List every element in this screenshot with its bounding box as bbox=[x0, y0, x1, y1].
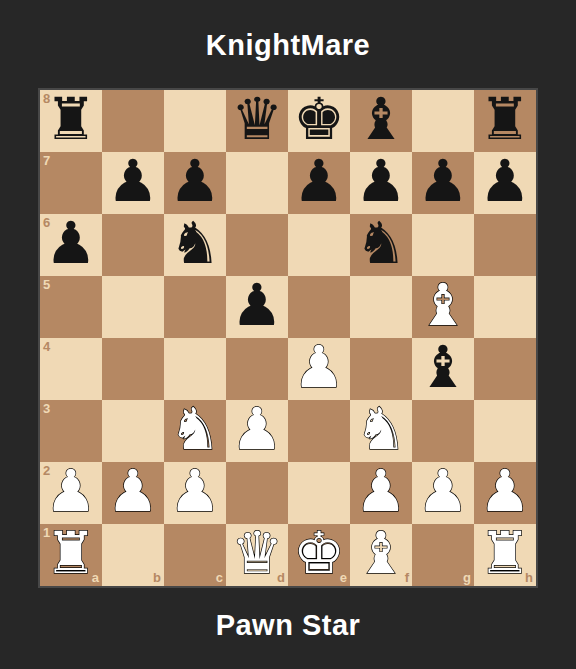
app: KnightMare 8♜♛♚♝♜7♟♟♟♟♟♟6♟♞♞5♟♝4♟♝3♞♟♞2♟… bbox=[0, 0, 576, 669]
piece-white-pawn[interactable]: ♟ bbox=[169, 462, 221, 520]
square-f5[interactable] bbox=[350, 276, 412, 338]
square-b3[interactable] bbox=[102, 400, 164, 462]
piece-black-pawn[interactable]: ♟ bbox=[293, 152, 345, 210]
piece-black-pawn[interactable]: ♟ bbox=[231, 276, 283, 334]
piece-white-rook[interactable]: ♜ bbox=[45, 524, 97, 582]
square-d3[interactable]: ♟ bbox=[226, 400, 288, 462]
file-label-g: g bbox=[463, 571, 471, 584]
square-c3[interactable]: ♞ bbox=[164, 400, 226, 462]
square-h6[interactable] bbox=[474, 214, 536, 276]
square-f7[interactable]: ♟ bbox=[350, 152, 412, 214]
piece-white-queen[interactable]: ♛ bbox=[231, 524, 283, 582]
piece-black-pawn[interactable]: ♟ bbox=[355, 152, 407, 210]
square-d1[interactable]: d♛ bbox=[226, 524, 288, 586]
piece-white-rook[interactable]: ♜ bbox=[479, 524, 531, 582]
square-b2[interactable]: ♟ bbox=[102, 462, 164, 524]
square-g7[interactable]: ♟ bbox=[412, 152, 474, 214]
square-c1[interactable]: c bbox=[164, 524, 226, 586]
square-f4[interactable] bbox=[350, 338, 412, 400]
square-b5[interactable] bbox=[102, 276, 164, 338]
rank-label-4: 4 bbox=[43, 340, 50, 353]
square-d5[interactable]: ♟ bbox=[226, 276, 288, 338]
square-a3[interactable]: 3 bbox=[40, 400, 102, 462]
square-h4[interactable] bbox=[474, 338, 536, 400]
square-c2[interactable]: ♟ bbox=[164, 462, 226, 524]
square-e8[interactable]: ♚ bbox=[288, 90, 350, 152]
square-a2[interactable]: 2♟ bbox=[40, 462, 102, 524]
piece-white-bishop[interactable]: ♝ bbox=[355, 524, 407, 582]
square-h3[interactable] bbox=[474, 400, 536, 462]
square-d8[interactable]: ♛ bbox=[226, 90, 288, 152]
square-g3[interactable] bbox=[412, 400, 474, 462]
square-c8[interactable] bbox=[164, 90, 226, 152]
square-b6[interactable] bbox=[102, 214, 164, 276]
square-h7[interactable]: ♟ bbox=[474, 152, 536, 214]
piece-white-bishop[interactable]: ♝ bbox=[417, 276, 469, 334]
piece-black-bishop[interactable]: ♝ bbox=[355, 90, 407, 148]
square-e6[interactable] bbox=[288, 214, 350, 276]
piece-black-pawn[interactable]: ♟ bbox=[45, 214, 97, 272]
piece-white-pawn[interactable]: ♟ bbox=[293, 338, 345, 396]
piece-black-pawn[interactable]: ♟ bbox=[417, 152, 469, 210]
rank-label-3: 3 bbox=[43, 402, 50, 415]
piece-black-pawn[interactable]: ♟ bbox=[169, 152, 221, 210]
square-e7[interactable]: ♟ bbox=[288, 152, 350, 214]
piece-white-knight[interactable]: ♞ bbox=[355, 400, 407, 458]
square-h8[interactable]: ♜ bbox=[474, 90, 536, 152]
square-f3[interactable]: ♞ bbox=[350, 400, 412, 462]
square-a5[interactable]: 5 bbox=[40, 276, 102, 338]
square-d7[interactable] bbox=[226, 152, 288, 214]
square-a7[interactable]: 7 bbox=[40, 152, 102, 214]
square-a1[interactable]: 1a♜ bbox=[40, 524, 102, 586]
rank-label-7: 7 bbox=[43, 154, 50, 167]
player-name-top: KnightMare bbox=[206, 30, 371, 62]
piece-white-pawn[interactable]: ♟ bbox=[417, 462, 469, 520]
piece-white-knight[interactable]: ♞ bbox=[169, 400, 221, 458]
piece-white-pawn[interactable]: ♟ bbox=[355, 462, 407, 520]
square-b4[interactable] bbox=[102, 338, 164, 400]
square-d4[interactable] bbox=[226, 338, 288, 400]
piece-black-bishop[interactable]: ♝ bbox=[417, 338, 469, 396]
piece-black-rook[interactable]: ♜ bbox=[479, 90, 531, 148]
square-h2[interactable]: ♟ bbox=[474, 462, 536, 524]
file-label-b: b bbox=[153, 571, 161, 584]
square-e4[interactable]: ♟ bbox=[288, 338, 350, 400]
file-label-c: c bbox=[216, 571, 223, 584]
chess-board: 8♜♛♚♝♜7♟♟♟♟♟♟6♟♞♞5♟♝4♟♝3♞♟♞2♟♟♟♟♟♟1a♜bcd… bbox=[38, 88, 538, 588]
square-a8[interactable]: 8♜ bbox=[40, 90, 102, 152]
square-f8[interactable]: ♝ bbox=[350, 90, 412, 152]
rank-label-5: 5 bbox=[43, 278, 50, 291]
square-h1[interactable]: h♜ bbox=[474, 524, 536, 586]
square-f2[interactable]: ♟ bbox=[350, 462, 412, 524]
square-h5[interactable] bbox=[474, 276, 536, 338]
square-a6[interactable]: 6♟ bbox=[40, 214, 102, 276]
square-a4[interactable]: 4 bbox=[40, 338, 102, 400]
piece-black-pawn[interactable]: ♟ bbox=[107, 152, 159, 210]
square-f6[interactable]: ♞ bbox=[350, 214, 412, 276]
square-g4[interactable]: ♝ bbox=[412, 338, 474, 400]
piece-white-pawn[interactable]: ♟ bbox=[479, 462, 531, 520]
square-e1[interactable]: e♚ bbox=[288, 524, 350, 586]
piece-black-pawn[interactable]: ♟ bbox=[479, 152, 531, 210]
piece-white-pawn[interactable]: ♟ bbox=[231, 400, 283, 458]
square-b7[interactable]: ♟ bbox=[102, 152, 164, 214]
square-d2[interactable] bbox=[226, 462, 288, 524]
square-g2[interactable]: ♟ bbox=[412, 462, 474, 524]
square-g6[interactable] bbox=[412, 214, 474, 276]
square-c7[interactable]: ♟ bbox=[164, 152, 226, 214]
piece-white-king[interactable]: ♚ bbox=[293, 524, 345, 582]
square-e2[interactable] bbox=[288, 462, 350, 524]
piece-white-pawn[interactable]: ♟ bbox=[45, 462, 97, 520]
square-c4[interactable] bbox=[164, 338, 226, 400]
square-f1[interactable]: f♝ bbox=[350, 524, 412, 586]
player-name-bottom: Pawn Star bbox=[216, 610, 361, 642]
square-c6[interactable]: ♞ bbox=[164, 214, 226, 276]
piece-black-king[interactable]: ♚ bbox=[293, 90, 345, 148]
piece-black-rook[interactable]: ♜ bbox=[45, 90, 97, 148]
square-g8[interactable] bbox=[412, 90, 474, 152]
square-e5[interactable] bbox=[288, 276, 350, 338]
piece-black-knight[interactable]: ♞ bbox=[169, 214, 221, 272]
square-b8[interactable] bbox=[102, 90, 164, 152]
square-e3[interactable] bbox=[288, 400, 350, 462]
square-b1[interactable]: b bbox=[102, 524, 164, 586]
square-g1[interactable]: g bbox=[412, 524, 474, 586]
square-c5[interactable] bbox=[164, 276, 226, 338]
square-g5[interactable]: ♝ bbox=[412, 276, 474, 338]
piece-black-knight[interactable]: ♞ bbox=[355, 214, 407, 272]
square-d6[interactable] bbox=[226, 214, 288, 276]
piece-white-pawn[interactable]: ♟ bbox=[107, 462, 159, 520]
piece-black-queen[interactable]: ♛ bbox=[231, 90, 283, 148]
